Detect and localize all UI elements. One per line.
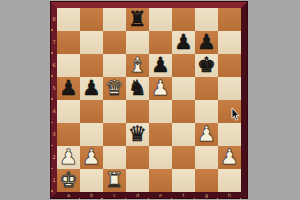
square-a8[interactable] [57,8,80,31]
square-b2[interactable]: ♟ [80,146,103,169]
square-f4[interactable] [172,100,195,123]
square-b6[interactable] [80,54,103,77]
square-a3[interactable] [57,123,80,146]
rank-label-3: 3 [52,123,57,146]
rank-label-6: 6 [52,54,57,77]
square-g6[interactable]: ♚ [195,54,218,77]
square-d5[interactable]: ♞ [126,77,149,100]
square-h2[interactable]: ♟ [218,146,241,169]
white-queen[interactable]: ♛ [103,77,126,100]
white-pawn[interactable]: ♟ [57,146,80,169]
white-rook[interactable]: ♜ [103,169,126,192]
square-g5[interactable] [195,77,218,100]
square-c4[interactable] [103,100,126,123]
square-g8[interactable] [195,8,218,31]
chess-board: ♜♟♟♝♟♚♟♟♛♞♟♛♟♟♟♟♚♜ [57,8,241,192]
square-h6[interactable] [218,54,241,77]
square-c2[interactable] [103,146,126,169]
square-b1[interactable] [80,169,103,192]
black-queen[interactable]: ♛ [126,123,149,146]
square-g7[interactable]: ♟ [195,31,218,54]
square-h3[interactable] [218,123,241,146]
white-bishop[interactable]: ♝ [126,54,149,77]
square-h8[interactable] [218,8,241,31]
square-d7[interactable] [126,31,149,54]
square-c6[interactable] [103,54,126,77]
black-pawn[interactable]: ♟ [80,77,103,100]
square-g1[interactable] [195,169,218,192]
square-c5[interactable]: ♛ [103,77,126,100]
black-pawn[interactable]: ♟ [172,31,195,54]
white-pawn[interactable]: ♟ [80,146,103,169]
square-b7[interactable] [80,31,103,54]
square-h1[interactable] [218,169,241,192]
file-label-c: c [103,193,126,199]
rank-label-4: 4 [52,100,57,123]
file-label-b: b [80,193,103,199]
square-d2[interactable] [126,146,149,169]
rank-label-1: 1 [52,169,57,192]
file-label-e: e [149,193,172,199]
square-e3[interactable] [149,123,172,146]
square-a7[interactable] [57,31,80,54]
square-d4[interactable] [126,100,149,123]
square-e7[interactable] [149,31,172,54]
white-pawn[interactable]: ♟ [195,123,218,146]
square-g2[interactable] [195,146,218,169]
square-g4[interactable] [195,100,218,123]
square-d6[interactable]: ♝ [126,54,149,77]
black-pawn[interactable]: ♟ [195,31,218,54]
rank-label-2: 2 [52,146,57,169]
square-e5[interactable]: ♟ [149,77,172,100]
square-e1[interactable] [149,169,172,192]
file-label-d: d [126,193,149,199]
square-f1[interactable] [172,169,195,192]
file-label-a: a [57,193,80,199]
square-b3[interactable] [80,123,103,146]
file-label-f: f [172,193,195,199]
white-pawn[interactable]: ♟ [149,77,172,100]
square-c1[interactable]: ♜ [103,169,126,192]
black-knight[interactable]: ♞ [126,77,149,100]
square-c7[interactable] [103,31,126,54]
square-d3[interactable]: ♛ [126,123,149,146]
square-a6[interactable] [57,54,80,77]
square-e8[interactable] [149,8,172,31]
square-d8[interactable]: ♜ [126,8,149,31]
white-king[interactable]: ♚ [57,169,80,192]
square-f5[interactable] [172,77,195,100]
square-f7[interactable]: ♟ [172,31,195,54]
square-f2[interactable] [172,146,195,169]
square-a4[interactable] [57,100,80,123]
square-a5[interactable]: ♟ [57,77,80,100]
rank-label-8: 8 [52,8,57,31]
square-h7[interactable] [218,31,241,54]
square-f8[interactable] [172,8,195,31]
square-e6[interactable]: ♟ [149,54,172,77]
black-pawn[interactable]: ♟ [149,54,172,77]
black-king[interactable]: ♚ [195,54,218,77]
file-label-h: h [218,193,241,199]
rank-label-7: 7 [52,31,57,54]
square-f3[interactable] [172,123,195,146]
white-pawn[interactable]: ♟ [218,146,241,169]
file-label-g: g [195,193,218,199]
square-g3[interactable]: ♟ [195,123,218,146]
black-pawn[interactable]: ♟ [57,77,80,100]
chess-board-frame: ♜♟♟♝♟♚♟♟♛♞♟♛♟♟♟♟♚♜ 87654321 abcdefgh [51,2,247,198]
screenshot-background: ♜♟♟♝♟♚♟♟♛♞♟♛♟♟♟♟♚♜ 87654321 abcdefgh [0,0,300,200]
square-c3[interactable] [103,123,126,146]
square-b4[interactable] [80,100,103,123]
square-e2[interactable] [149,146,172,169]
square-e4[interactable] [149,100,172,123]
square-a1[interactable]: ♚ [57,169,80,192]
rank-label-5: 5 [52,77,57,100]
square-f6[interactable] [172,54,195,77]
square-a2[interactable]: ♟ [57,146,80,169]
mouse-cursor-icon [231,106,240,119]
square-c8[interactable] [103,8,126,31]
black-rook[interactable]: ♜ [126,8,149,31]
square-h5[interactable] [218,77,241,100]
square-b8[interactable] [80,8,103,31]
square-b5[interactable]: ♟ [80,77,103,100]
square-d1[interactable] [126,169,149,192]
